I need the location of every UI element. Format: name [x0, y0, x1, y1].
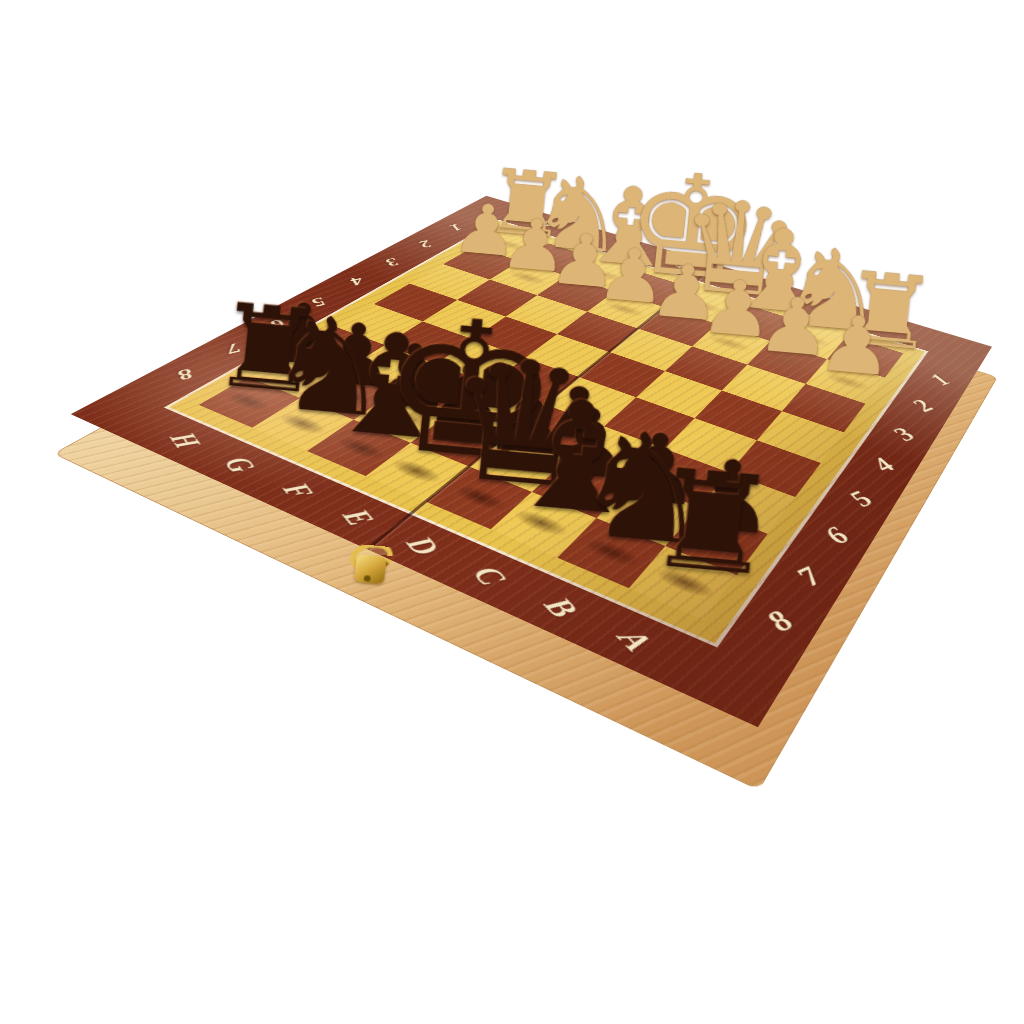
- rank-label-near-4: 4: [864, 453, 903, 476]
- rank-label-near-3: 3: [885, 423, 923, 444]
- file-label-near-d: D: [397, 533, 447, 561]
- rank-label-far-3: 3: [381, 256, 404, 268]
- file-label-near-h: H: [161, 429, 208, 452]
- scene-adjust: HH11GG22FF33EE44DD55CC66BB77AA88 ♜♞♝♛♚♝♞…: [0, 0, 1024, 1024]
- rank-label-far-8: 8: [173, 366, 198, 384]
- rank-label-near-5: 5: [841, 486, 881, 511]
- chess-box: HH11GG22FF33EE44DD55CC66BB77AA88 ♜♞♝♛♚♝♞…: [71, 196, 993, 728]
- product-photo-page: HH11GG22FF33EE44DD55CC66BB77AA88 ♜♞♝♛♚♝♞…: [0, 0, 1024, 1024]
- rank-label-near-6: 6: [816, 522, 858, 550]
- rank-label-far-4: 4: [345, 275, 368, 288]
- black-rook-a8[interactable]: ♜: [640, 450, 736, 593]
- rank-label-far-2: 2: [414, 238, 436, 250]
- rank-label-near-8: 8: [757, 605, 803, 639]
- file-label-near-a: A: [609, 625, 661, 657]
- file-label-near-f: F: [274, 479, 321, 502]
- rank-label-near-1: 1: [923, 370, 958, 388]
- rank-label-near-2: 2: [905, 396, 941, 416]
- file-label-near-b: B: [535, 593, 586, 623]
- perspective-container: HH11GG22FF33EE44DD55CC66BB77AA88 ♜♞♝♛♚♝♞…: [214, 39, 945, 716]
- rank-label-near-7: 7: [788, 561, 832, 591]
- file-label-near-e: E: [334, 505, 382, 530]
- file-label-near-g: G: [216, 454, 263, 477]
- file-label-near-c: C: [464, 562, 514, 590]
